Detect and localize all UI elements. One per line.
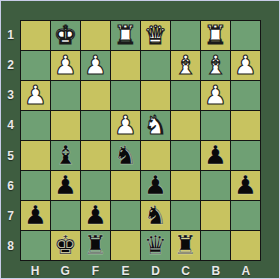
- white-rook-b1[interactable]: ♜: [204, 21, 227, 50]
- square-e4[interactable]: ♟: [111, 111, 140, 140]
- black-knight-d7[interactable]: ♞: [144, 201, 167, 230]
- black-pawn-d6[interactable]: ♟: [144, 171, 167, 200]
- square-d8[interactable]: ♛: [141, 231, 170, 260]
- black-king-g8[interactable]: ♚: [54, 231, 77, 260]
- black-queen-d8[interactable]: ♛: [144, 231, 167, 260]
- white-pawn-f2[interactable]: ♟: [84, 51, 107, 80]
- square-g4[interactable]: [51, 111, 80, 140]
- black-bishop-g5[interactable]: ♝: [54, 141, 77, 170]
- white-pawn-g2[interactable]: ♟: [54, 51, 77, 80]
- square-e1[interactable]: ♜: [111, 21, 140, 50]
- square-a8[interactable]: [231, 231, 260, 260]
- square-b5[interactable]: ♟: [201, 141, 230, 170]
- square-e7[interactable]: [111, 201, 140, 230]
- square-a5[interactable]: [231, 141, 260, 170]
- rank-label-7: 7: [1, 201, 20, 231]
- square-f6[interactable]: [81, 171, 110, 200]
- square-g1[interactable]: ♚: [51, 21, 80, 50]
- white-rook-e1[interactable]: ♜: [114, 21, 137, 50]
- square-c1[interactable]: [171, 21, 200, 50]
- square-h7[interactable]: ♟: [21, 201, 50, 230]
- square-e2[interactable]: [111, 51, 140, 80]
- black-pawn-a6[interactable]: ♟: [234, 171, 257, 200]
- square-f2[interactable]: ♟: [81, 51, 110, 80]
- square-h2[interactable]: [21, 51, 50, 80]
- square-d3[interactable]: [141, 81, 170, 110]
- rank-labels: 1 2 3 4 5 6 7 8: [1, 20, 20, 261]
- square-e3[interactable]: [111, 81, 140, 110]
- black-rook-c8[interactable]: ♜: [174, 231, 197, 260]
- square-g5[interactable]: ♝: [51, 141, 80, 170]
- black-pawn-b5[interactable]: ♟: [204, 141, 227, 170]
- white-pawn-b3[interactable]: ♟: [204, 81, 227, 110]
- square-g6[interactable]: ♟: [51, 171, 80, 200]
- square-c4[interactable]: [171, 111, 200, 140]
- square-c2[interactable]: ♝: [171, 51, 200, 80]
- square-d5[interactable]: [141, 141, 170, 170]
- square-f5[interactable]: [81, 141, 110, 170]
- square-d2[interactable]: [141, 51, 170, 80]
- white-queen-d1[interactable]: ♛: [144, 21, 167, 50]
- square-f4[interactable]: [81, 111, 110, 140]
- square-h4[interactable]: [21, 111, 50, 140]
- rank-label-1: 1: [1, 20, 20, 50]
- square-h3[interactable]: ♟: [21, 81, 50, 110]
- chess-board: ♚♜♛♜♟♟♝♝♟♟♟♟♞♝♞♟♟♟♟♟♟♞♚♜♛♜: [20, 20, 261, 261]
- square-c3[interactable]: [171, 81, 200, 110]
- rank-label-8: 8: [1, 231, 20, 261]
- square-d6[interactable]: ♟: [141, 171, 170, 200]
- square-g7[interactable]: [51, 201, 80, 230]
- square-b4[interactable]: [201, 111, 230, 140]
- file-label-d: D: [141, 261, 171, 279]
- white-bishop-b2[interactable]: ♝: [204, 51, 227, 80]
- file-label-h: H: [20, 261, 50, 279]
- square-a2[interactable]: ♟: [231, 51, 260, 80]
- square-h5[interactable]: [21, 141, 50, 170]
- file-label-g: G: [50, 261, 80, 279]
- file-label-e: E: [110, 261, 140, 279]
- white-pawn-e4[interactable]: ♟: [114, 111, 137, 140]
- square-a6[interactable]: ♟: [231, 171, 260, 200]
- square-c5[interactable]: [171, 141, 200, 170]
- black-pawn-f7[interactable]: ♟: [84, 201, 107, 230]
- square-a4[interactable]: [231, 111, 260, 140]
- file-label-c: C: [171, 261, 201, 279]
- square-b1[interactable]: ♜: [201, 21, 230, 50]
- square-h6[interactable]: [21, 171, 50, 200]
- square-b2[interactable]: ♝: [201, 51, 230, 80]
- square-a1[interactable]: [231, 21, 260, 50]
- white-bishop-c2[interactable]: ♝: [174, 51, 197, 80]
- white-pawn-a2[interactable]: ♟: [234, 51, 257, 80]
- black-pawn-g6[interactable]: ♟: [54, 171, 77, 200]
- square-e5[interactable]: ♞: [111, 141, 140, 170]
- file-label-a: A: [231, 261, 261, 279]
- rank-label-5: 5: [1, 141, 20, 171]
- file-label-f: F: [80, 261, 110, 279]
- white-king-g1[interactable]: ♚: [54, 21, 77, 50]
- square-a7[interactable]: [231, 201, 260, 230]
- square-h1[interactable]: [21, 21, 50, 50]
- square-g2[interactable]: ♟: [51, 51, 80, 80]
- black-knight-e5[interactable]: ♞: [114, 141, 137, 170]
- square-d7[interactable]: ♞: [141, 201, 170, 230]
- rank-label-3: 3: [1, 80, 20, 110]
- white-knight-d4[interactable]: ♞: [144, 111, 167, 140]
- file-label-b: B: [201, 261, 231, 279]
- square-e8[interactable]: [111, 231, 140, 260]
- square-e6[interactable]: [111, 171, 140, 200]
- square-g3[interactable]: [51, 81, 80, 110]
- square-f1[interactable]: [81, 21, 110, 50]
- square-c7[interactable]: [171, 201, 200, 230]
- rank-label-6: 6: [1, 171, 20, 201]
- square-c8[interactable]: ♜: [171, 231, 200, 260]
- square-b6[interactable]: [201, 171, 230, 200]
- square-d4[interactable]: ♞: [141, 111, 170, 140]
- file-labels: H G F E D C B A: [20, 261, 261, 279]
- square-b3[interactable]: ♟: [201, 81, 230, 110]
- square-b7[interactable]: [201, 201, 230, 230]
- square-h8[interactable]: [21, 231, 50, 260]
- square-c6[interactable]: [171, 171, 200, 200]
- square-f8[interactable]: ♜: [81, 231, 110, 260]
- square-g8[interactable]: ♚: [51, 231, 80, 260]
- square-a3[interactable]: [231, 81, 260, 110]
- black-pawn-h7[interactable]: ♟: [24, 201, 47, 230]
- square-b8[interactable]: [201, 231, 230, 260]
- white-pawn-h3[interactable]: ♟: [24, 81, 47, 110]
- square-d1[interactable]: ♛: [141, 21, 170, 50]
- rank-label-2: 2: [1, 50, 20, 80]
- square-f7[interactable]: ♟: [81, 201, 110, 230]
- black-rook-f8[interactable]: ♜: [84, 231, 107, 260]
- chess-board-frame: 1 2 3 4 5 6 7 8 ♚♜♛♜♟♟♝♝♟♟♟♟♞♝♞♟♟♟♟♟♟♞♚♜…: [0, 0, 280, 279]
- rank-label-4: 4: [1, 110, 20, 140]
- square-f3[interactable]: [81, 81, 110, 110]
